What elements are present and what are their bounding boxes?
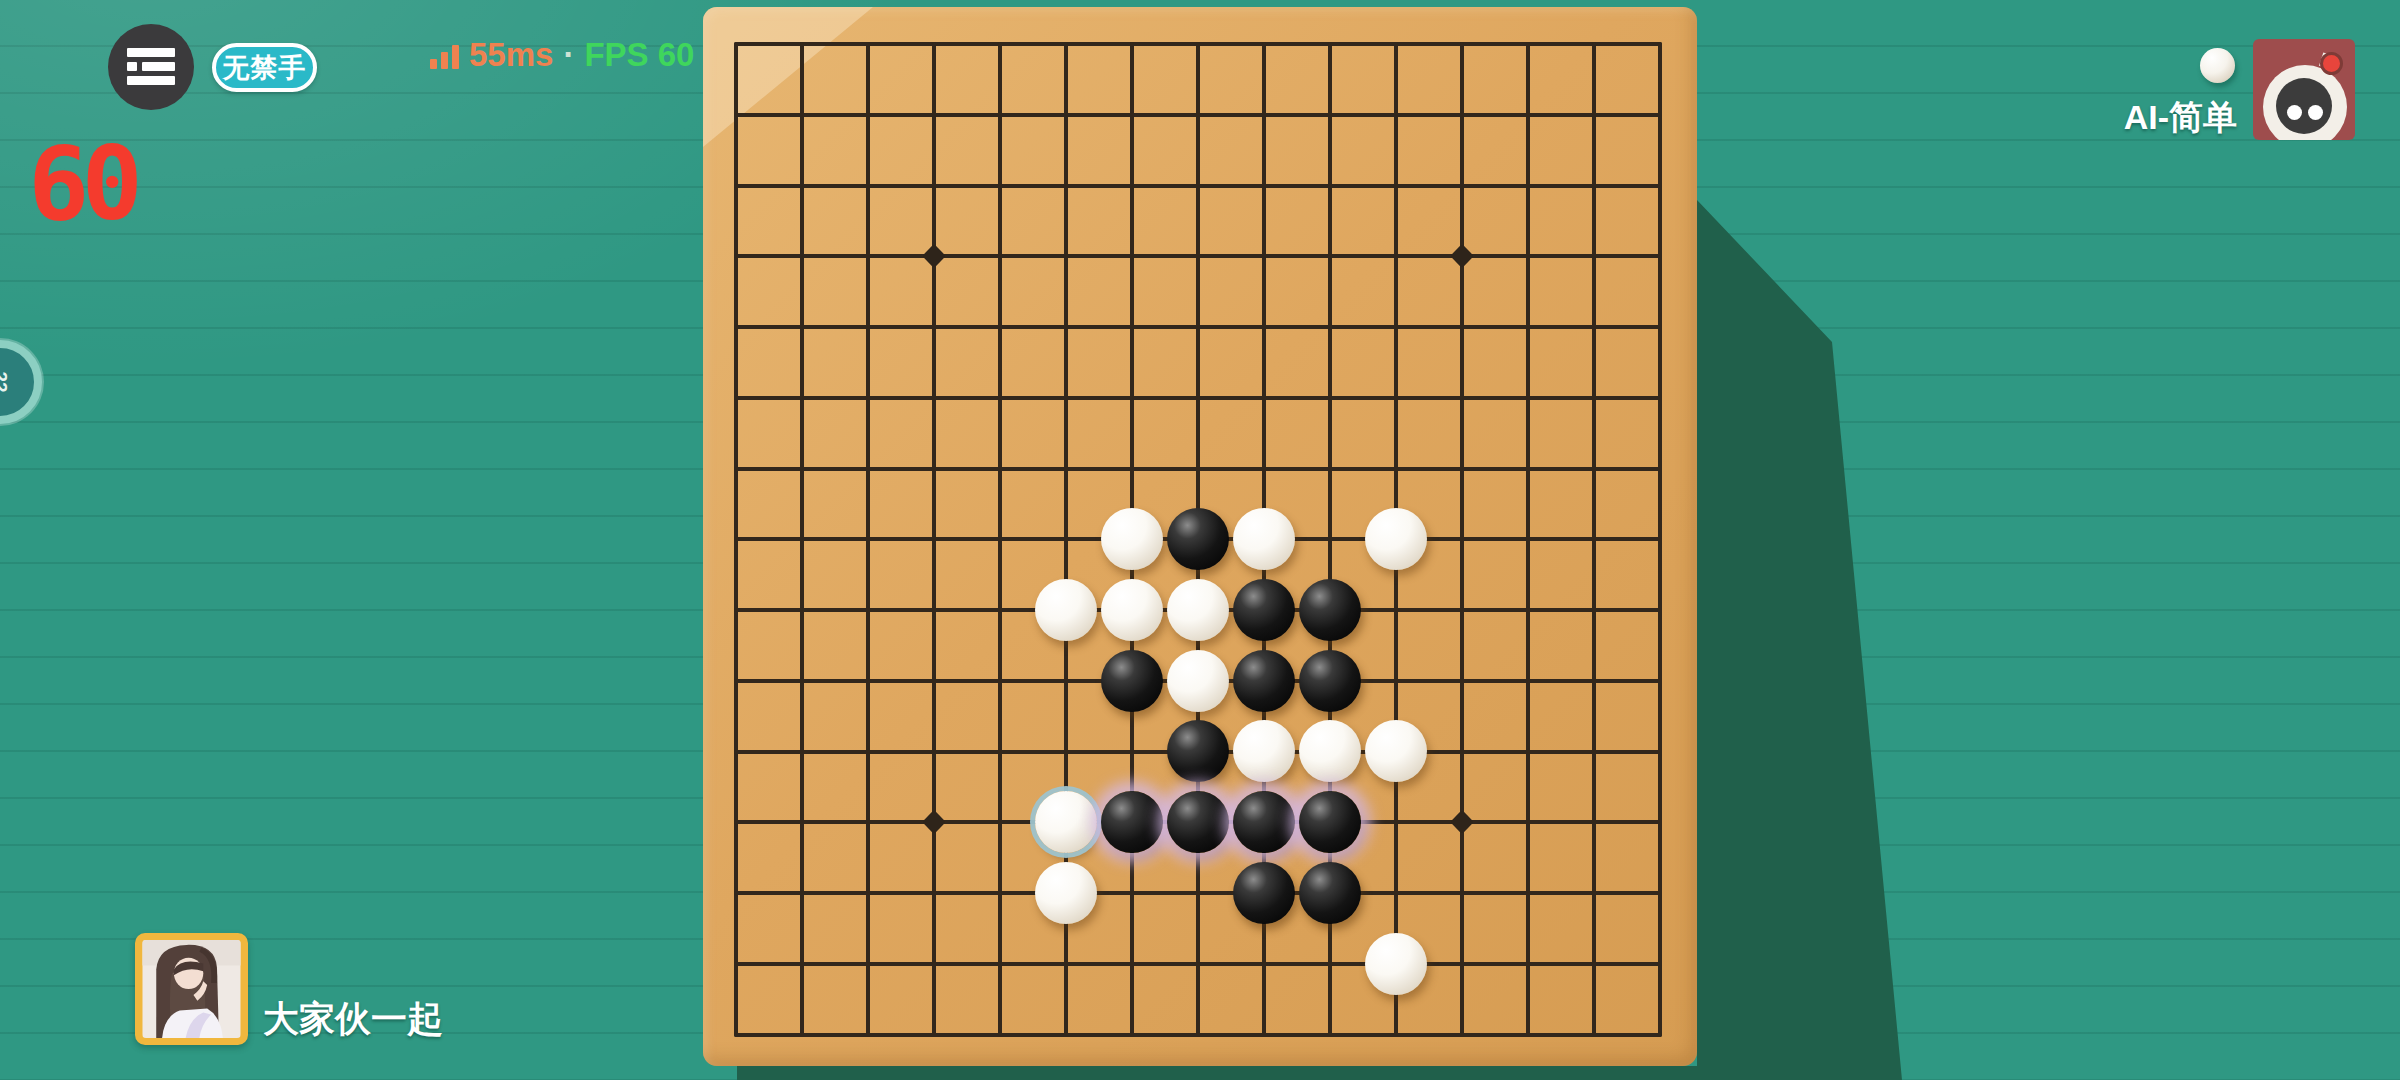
ping-value: 55ms <box>469 38 553 72</box>
stone-white <box>1167 579 1229 641</box>
network-status: 55ms · FPS 60 <box>430 38 694 72</box>
stone-black <box>1167 791 1229 853</box>
menu-icon <box>127 48 175 86</box>
human-avatar[interactable] <box>135 933 248 1045</box>
stone-black <box>1299 862 1361 924</box>
stone-black <box>1233 791 1295 853</box>
stone-white <box>1233 720 1295 782</box>
stone-white <box>1365 933 1427 995</box>
stone-black <box>1167 720 1229 782</box>
stone-black <box>1299 579 1361 641</box>
stone-white <box>1233 508 1295 570</box>
stone-white <box>1101 579 1163 641</box>
ai-player-panel: AI-简单 <box>1995 39 2355 149</box>
stone-black <box>1299 650 1361 712</box>
rule-badge-label: 无禁手 <box>223 50 307 86</box>
ai-avatar[interactable] <box>2253 39 2355 140</box>
stone-white <box>1365 508 1427 570</box>
stone-black <box>1233 579 1295 641</box>
signal-bars-icon <box>430 45 459 72</box>
rule-badge: 无禁手 <box>212 43 317 92</box>
stone-black <box>1233 650 1295 712</box>
stone-black <box>1101 791 1163 853</box>
stone-black <box>1167 508 1229 570</box>
move-timer: 60 <box>28 138 135 230</box>
gomoku-board[interactable] <box>703 7 1697 1066</box>
stone-white <box>1035 862 1097 924</box>
robot-icon <box>2263 65 2347 140</box>
board-intersections[interactable] <box>703 9 1693 1066</box>
fps-value: FPS 60 <box>584 38 694 72</box>
stone-white <box>1167 650 1229 712</box>
stone-white <box>1299 720 1361 782</box>
human-avatar-image <box>142 940 241 1038</box>
menu-button[interactable] <box>108 24 194 110</box>
stone-white <box>1035 579 1097 641</box>
stone-black <box>1233 862 1295 924</box>
human-player-name: 大家伙一起 <box>263 995 443 1044</box>
stone-white <box>1035 791 1097 853</box>
human-player-panel: 大家伙一起 <box>135 933 555 1048</box>
stone-white <box>1365 720 1427 782</box>
side-bubble-value: 22 <box>0 371 11 392</box>
ai-stone-color-icon <box>2200 48 2235 83</box>
ai-player-name: AI-简单 <box>2124 95 2237 141</box>
robot-antenna-icon <box>2320 52 2343 75</box>
stone-black <box>1101 650 1163 712</box>
stone-white <box>1101 508 1163 570</box>
side-bubble-button[interactable]: 22 <box>0 340 42 424</box>
separator-dot: · <box>563 38 574 72</box>
stone-black <box>1299 791 1361 853</box>
game-screen: 无禁手 55ms · FPS 60 60 22 AI-简单 <box>0 0 2400 1080</box>
